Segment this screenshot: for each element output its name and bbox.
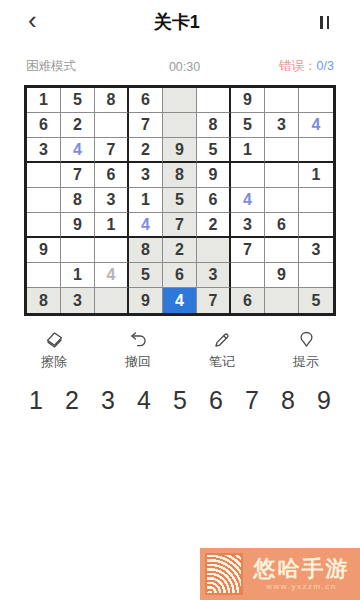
undo-icon: [128, 329, 149, 350]
numpad-key-3[interactable]: 3: [101, 386, 115, 415]
cell-r7c9[interactable]: 3: [299, 238, 333, 263]
cell-r2c2[interactable]: 2: [61, 113, 95, 138]
cell-r3c5[interactable]: 9: [163, 138, 197, 163]
cell-r1c8[interactable]: [265, 88, 299, 113]
numpad-key-4[interactable]: 4: [137, 386, 151, 415]
cell-r1c1[interactable]: 1: [27, 88, 61, 113]
cell-r9c9[interactable]: 5: [299, 288, 333, 313]
numpad: 123456789: [0, 386, 360, 415]
cell-r2c5[interactable]: [163, 113, 197, 138]
numpad-key-1[interactable]: 1: [29, 386, 43, 415]
cell-r7c4[interactable]: 8: [129, 238, 163, 263]
toolbar: 擦除 撤回 笔记 提示: [0, 329, 360, 371]
cell-r1c4[interactable]: 6: [129, 88, 163, 113]
cell-r5c2[interactable]: 8: [61, 188, 95, 213]
cell-r8c8[interactable]: 9: [265, 263, 299, 288]
cell-r7c7[interactable]: 7: [231, 238, 265, 263]
hint-button[interactable]: 提示: [293, 329, 319, 371]
pause-icon[interactable]: [317, 13, 332, 32]
cell-r6c8[interactable]: 6: [265, 213, 299, 238]
cell-r3c9[interactable]: [299, 138, 333, 163]
cell-r6c3[interactable]: 1: [95, 213, 129, 238]
cell-r2c3[interactable]: [95, 113, 129, 138]
sudoku-board: 1586962785343472951763891831564914723698…: [24, 85, 336, 316]
cell-r4c6[interactable]: 9: [197, 163, 231, 188]
numpad-key-7[interactable]: 7: [245, 386, 259, 415]
cell-r7c6[interactable]: [197, 238, 231, 263]
numpad-key-6[interactable]: 6: [209, 386, 223, 415]
cell-r6c2[interactable]: 9: [61, 213, 95, 238]
cell-r4c5[interactable]: 8: [163, 163, 197, 188]
cell-r1c9[interactable]: [299, 88, 333, 113]
sudoku-app: ‹ 关卡1 困难模式 00:30 错误：0/3 1586962785343472…: [0, 0, 360, 415]
cell-r1c7[interactable]: 9: [231, 88, 265, 113]
cell-r8c2[interactable]: 1: [61, 263, 95, 288]
timer: 00:30: [169, 60, 200, 74]
pencil-icon: [212, 329, 233, 350]
cell-r2c4[interactable]: 7: [129, 113, 163, 138]
cell-r7c3[interactable]: [95, 238, 129, 263]
cell-r6c7[interactable]: 3: [231, 213, 265, 238]
cell-r5c1[interactable]: [27, 188, 61, 213]
cell-r9c1[interactable]: 8: [27, 288, 61, 313]
tool-label: 提示: [293, 353, 319, 371]
cell-r9c2[interactable]: 3: [61, 288, 95, 313]
status-bar: 困难模式 00:30 错误：0/3: [0, 58, 360, 75]
difficulty-label: 困难模式: [26, 58, 76, 75]
cell-r3c6[interactable]: 5: [197, 138, 231, 163]
cell-r4c1[interactable]: [27, 163, 61, 188]
cell-r1c3[interactable]: 8: [95, 88, 129, 113]
cell-r8c9[interactable]: [299, 263, 333, 288]
cell-r4c9[interactable]: 1: [299, 163, 333, 188]
cell-r8c6[interactable]: 3: [197, 263, 231, 288]
cell-r5c8[interactable]: [265, 188, 299, 213]
watermark-text: 悠哈手游 www.yxzzm.cn: [243, 557, 360, 591]
page-title: 关卡1: [154, 10, 200, 34]
undo-button[interactable]: 撤回: [125, 329, 151, 371]
cell-r9c6[interactable]: 7: [197, 288, 231, 313]
error-counter: 错误：0/3: [279, 58, 334, 75]
cell-r5c9[interactable]: [299, 188, 333, 213]
cell-r7c1[interactable]: 9: [27, 238, 61, 263]
cell-r7c8[interactable]: [265, 238, 299, 263]
cell-r6c9[interactable]: [299, 213, 333, 238]
cell-r6c4[interactable]: 4: [129, 213, 163, 238]
cell-r9c3[interactable]: [95, 288, 129, 313]
cell-r4c4[interactable]: 3: [129, 163, 163, 188]
cell-r1c5[interactable]: [163, 88, 197, 113]
cell-r2c7[interactable]: 5: [231, 113, 265, 138]
cell-r3c1[interactable]: 3: [27, 138, 61, 163]
cell-r6c1[interactable]: [27, 213, 61, 238]
numpad-key-9[interactable]: 9: [317, 386, 331, 415]
cell-r5c4[interactable]: 1: [129, 188, 163, 213]
cell-r9c4[interactable]: 9: [129, 288, 163, 313]
notes-button[interactable]: 笔记: [209, 329, 235, 371]
cell-r4c2[interactable]: 7: [61, 163, 95, 188]
cell-r3c8[interactable]: [265, 138, 299, 163]
cell-r4c7[interactable]: [231, 163, 265, 188]
tool-label: 笔记: [209, 353, 235, 371]
cell-r2c1[interactable]: 6: [27, 113, 61, 138]
numpad-key-2[interactable]: 2: [65, 386, 79, 415]
tool-label: 擦除: [41, 353, 67, 371]
cell-r3c2[interactable]: 4: [61, 138, 95, 163]
back-icon[interactable]: ‹: [28, 7, 37, 33]
cell-r8c5[interactable]: 6: [163, 263, 197, 288]
cell-r4c8[interactable]: [265, 163, 299, 188]
watermark-title: 悠哈手游: [243, 557, 360, 581]
cell-r5c3[interactable]: 3: [95, 188, 129, 213]
cell-r9c7[interactable]: 6: [231, 288, 265, 313]
watermark: 悠哈手游 www.yxzzm.cn: [200, 548, 360, 600]
cell-r6c6[interactable]: 2: [197, 213, 231, 238]
cell-r6c5[interactable]: 7: [163, 213, 197, 238]
cell-r3c7[interactable]: 1: [231, 138, 265, 163]
watermark-logo-icon: [205, 553, 243, 595]
cell-r1c2[interactable]: 5: [61, 88, 95, 113]
cell-r2c9[interactable]: 4: [299, 113, 333, 138]
cell-r7c5[interactable]: 2: [163, 238, 197, 263]
cell-r8c4[interactable]: 5: [129, 263, 163, 288]
tool-label: 撤回: [125, 353, 151, 371]
header-bar: ‹ 关卡1: [0, 0, 360, 44]
error-label: 错误：: [279, 59, 317, 73]
cell-r1c6[interactable]: [197, 88, 231, 113]
watermark-subtext: www.yxzzm.cn: [243, 582, 360, 591]
cell-r9c5[interactable]: 4: [163, 288, 197, 313]
cell-r2c6[interactable]: 8: [197, 113, 231, 138]
hint-icon: [296, 329, 317, 350]
cell-r8c3[interactable]: 4: [95, 263, 129, 288]
cell-r2c8[interactable]: 3: [265, 113, 299, 138]
cell-r8c7[interactable]: [231, 263, 265, 288]
numpad-key-5[interactable]: 5: [173, 386, 187, 415]
cell-r4c3[interactable]: 6: [95, 163, 129, 188]
eraser-icon: [44, 329, 65, 350]
cell-r5c7[interactable]: 4: [231, 188, 265, 213]
cell-r3c4[interactable]: 2: [129, 138, 163, 163]
cell-r9c8[interactable]: [265, 288, 299, 313]
erase-button[interactable]: 擦除: [41, 329, 67, 371]
cell-r8c1[interactable]: [27, 263, 61, 288]
cell-r5c5[interactable]: 5: [163, 188, 197, 213]
cell-r5c6[interactable]: 6: [197, 188, 231, 213]
cell-r3c3[interactable]: 7: [95, 138, 129, 163]
cell-r7c2[interactable]: [61, 238, 95, 263]
error-value: 0/3: [317, 59, 334, 73]
numpad-key-8[interactable]: 8: [281, 386, 295, 415]
